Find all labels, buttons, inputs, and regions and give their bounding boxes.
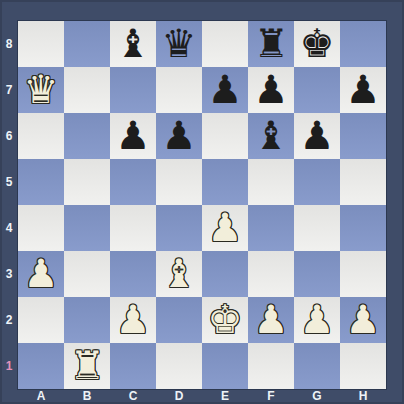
square-c6[interactable]: ♟ — [110, 113, 156, 159]
square-h5[interactable] — [340, 159, 386, 205]
square-b8[interactable] — [64, 21, 110, 67]
square-f4[interactable] — [248, 205, 294, 251]
square-d6[interactable]: ♟ — [156, 113, 202, 159]
white-king-icon: ♚ — [202, 297, 248, 343]
square-g5[interactable] — [294, 159, 340, 205]
square-b7[interactable] — [64, 67, 110, 113]
square-f7[interactable]: ♟ — [248, 67, 294, 113]
file-label-a: A — [18, 388, 64, 404]
square-c2[interactable]: ♟ — [110, 297, 156, 343]
square-g6[interactable]: ♟ — [294, 113, 340, 159]
rank-label-1: 1 — [0, 343, 18, 389]
square-d5[interactable] — [156, 159, 202, 205]
square-e6[interactable] — [202, 113, 248, 159]
white-pawn-icon: ♟ — [294, 297, 340, 343]
rank-label-5: 5 — [0, 159, 18, 205]
file-label-d: D — [156, 388, 202, 404]
white-pawn-icon: ♟ — [340, 297, 386, 343]
white-queen-icon: ♛ — [18, 67, 64, 113]
square-h7[interactable]: ♟ — [340, 67, 386, 113]
square-g1[interactable] — [294, 343, 340, 389]
square-d1[interactable] — [156, 343, 202, 389]
file-label-f: F — [248, 388, 294, 404]
black-pawn-icon: ♟ — [202, 67, 248, 113]
square-a3[interactable]: ♟ — [18, 251, 64, 297]
square-a6[interactable] — [18, 113, 64, 159]
square-d3[interactable]: ♝ — [156, 251, 202, 297]
square-b4[interactable] — [64, 205, 110, 251]
square-c5[interactable] — [110, 159, 156, 205]
square-a7[interactable]: ♛ — [18, 67, 64, 113]
white-rook-icon: ♜ — [64, 343, 110, 389]
black-bishop-icon: ♝ — [248, 113, 294, 159]
square-g8[interactable]: ♚ — [294, 21, 340, 67]
black-bishop-icon: ♝ — [110, 21, 156, 67]
square-d2[interactable] — [156, 297, 202, 343]
square-e8[interactable] — [202, 21, 248, 67]
black-rook-icon: ♜ — [248, 21, 294, 67]
square-a2[interactable] — [18, 297, 64, 343]
black-pawn-icon: ♟ — [110, 113, 156, 159]
square-d4[interactable] — [156, 205, 202, 251]
square-d8[interactable]: ♛ — [156, 21, 202, 67]
black-queen-icon: ♛ — [156, 21, 202, 67]
square-b5[interactable] — [64, 159, 110, 205]
square-d7[interactable] — [156, 67, 202, 113]
rank-label-7: 7 — [0, 67, 18, 113]
square-c4[interactable] — [110, 205, 156, 251]
square-b6[interactable] — [64, 113, 110, 159]
white-pawn-icon: ♟ — [248, 297, 294, 343]
file-labels: ABCDEFGH — [18, 388, 386, 404]
square-b3[interactable] — [64, 251, 110, 297]
rank-label-6: 6 — [0, 113, 18, 159]
square-f6[interactable]: ♝ — [248, 113, 294, 159]
square-e1[interactable] — [202, 343, 248, 389]
square-g3[interactable] — [294, 251, 340, 297]
file-label-h: H — [340, 388, 386, 404]
black-pawn-icon: ♟ — [294, 113, 340, 159]
square-f8[interactable]: ♜ — [248, 21, 294, 67]
square-c8[interactable]: ♝ — [110, 21, 156, 67]
square-e3[interactable] — [202, 251, 248, 297]
square-c7[interactable] — [110, 67, 156, 113]
rank-label-3: 3 — [0, 251, 18, 297]
white-pawn-icon: ♟ — [18, 251, 64, 297]
chessboard-widget: 87654321 ♝♛♜♚♛♟♟♟♟♟♝♟♟♟♝♟♚♟♟♟♜ ABCDEFGH — [0, 0, 404, 404]
square-g7[interactable] — [294, 67, 340, 113]
file-label-g: G — [294, 388, 340, 404]
white-pawn-icon: ♟ — [110, 297, 156, 343]
file-label-c: C — [110, 388, 156, 404]
board: ♝♛♜♚♛♟♟♟♟♟♝♟♟♟♝♟♚♟♟♟♜ — [18, 21, 386, 389]
white-pawn-icon: ♟ — [202, 205, 248, 251]
square-c3[interactable] — [110, 251, 156, 297]
black-pawn-icon: ♟ — [340, 67, 386, 113]
rank-labels: 87654321 — [0, 21, 18, 389]
square-b2[interactable] — [64, 297, 110, 343]
black-pawn-icon: ♟ — [156, 113, 202, 159]
square-h2[interactable]: ♟ — [340, 297, 386, 343]
square-g2[interactable]: ♟ — [294, 297, 340, 343]
square-g4[interactable] — [294, 205, 340, 251]
black-pawn-icon: ♟ — [248, 67, 294, 113]
rank-label-2: 2 — [0, 297, 18, 343]
square-e2[interactable]: ♚ — [202, 297, 248, 343]
square-f1[interactable] — [248, 343, 294, 389]
square-a1[interactable] — [18, 343, 64, 389]
square-a4[interactable] — [18, 205, 64, 251]
square-e7[interactable]: ♟ — [202, 67, 248, 113]
square-b1[interactable]: ♜ — [64, 343, 110, 389]
square-h3[interactable] — [340, 251, 386, 297]
square-c1[interactable] — [110, 343, 156, 389]
black-king-icon: ♚ — [294, 21, 340, 67]
square-f5[interactable] — [248, 159, 294, 205]
square-e4[interactable]: ♟ — [202, 205, 248, 251]
file-label-e: E — [202, 388, 248, 404]
square-h8[interactable] — [340, 21, 386, 67]
square-h4[interactable] — [340, 205, 386, 251]
square-e5[interactable] — [202, 159, 248, 205]
rank-label-8: 8 — [0, 21, 18, 67]
square-a8[interactable] — [18, 21, 64, 67]
square-f3[interactable] — [248, 251, 294, 297]
file-label-b: B — [64, 388, 110, 404]
rank-label-4: 4 — [0, 205, 18, 251]
white-bishop-icon: ♝ — [156, 251, 202, 297]
square-h1[interactable] — [340, 343, 386, 389]
square-h6[interactable] — [340, 113, 386, 159]
square-f2[interactable]: ♟ — [248, 297, 294, 343]
square-a5[interactable] — [18, 159, 64, 205]
